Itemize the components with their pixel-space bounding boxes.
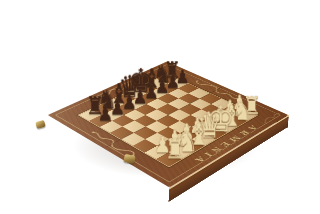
perspective-scene: ARMENIA ♜♞♝♛♚♝♞♜♟♟♟♟♟♟♟♟♟♟♟♟♟♟♟♟♜♞♝♛♚♝♞♜	[0, 0, 320, 214]
piece-black-pawn: ♟	[90, 104, 121, 123]
chess-set-photo: ARMENIA ♜♞♝♛♚♝♞♜♟♟♟♟♟♟♟♟♟♟♟♟♟♟♟♟♜♞♝♛♚♝♞♜	[0, 0, 320, 214]
piece-white-rook: ♜	[158, 137, 192, 162]
chess-board: ARMENIA ♜♞♝♛♚♝♞♜♟♟♟♟♟♟♟♟♟♟♟♟♟♟♟♟♜♞♝♛♚♝♞♜	[48, 62, 288, 188]
